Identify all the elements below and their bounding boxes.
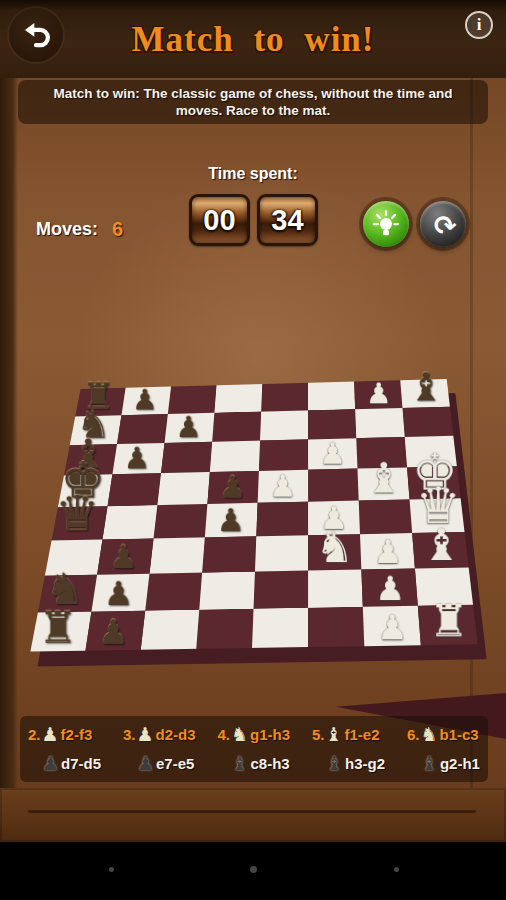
square-g5[interactable] [212,412,261,442]
square-g6[interactable]: ♟ [165,413,215,443]
square-f6[interactable] [161,442,212,473]
nav-dot-1[interactable] [250,866,257,873]
square-d8[interactable]: ♛ [52,506,108,540]
android-nav-bar [0,842,506,900]
white-pawn-icon: ♟ [42,725,59,744]
nav-dot-2[interactable] [394,867,399,872]
page-title: Match to win! [0,20,506,60]
square-e7[interactable] [108,473,161,506]
square-g2[interactable] [355,408,405,438]
square-e3[interactable] [308,469,359,502]
white-move-text: d2-d3 [156,726,196,743]
square-h2[interactable]: ♟ [354,380,402,409]
move-history[interactable]: 2.♟f2-f3♟d7-d53.♟d2-d3♟e7-e54.♞g1-h3♝c8-… [20,716,488,782]
move-number: 4. [217,726,230,743]
white-pawn-c2[interactable]: ♟ [374,535,403,567]
white-pawn-icon: ♟ [136,725,153,744]
square-c1[interactable]: ♝ [412,532,469,569]
black-pawn-icon: ♟ [137,754,154,773]
square-c2[interactable]: ♟ [360,533,415,569]
timer-seconds: 34 [257,194,318,246]
app-screen: Match to win! i Match to win: The classi… [0,0,506,900]
square-a7[interactable]: ♟ [85,611,145,651]
square-h7[interactable]: ♟ [121,386,171,415]
white-pawn-b2[interactable]: ♟ [375,572,405,605]
plank-groove [28,810,476,813]
move-entry-4: 4.♞g1-h3♝c8-h3 [217,722,290,776]
black-pawn-h7[interactable]: ♟ [132,385,157,413]
square-b4[interactable] [254,571,309,609]
white-move-text: f1-e2 [345,726,380,743]
lightbulb-icon [371,209,401,239]
white-move-text: g1-h3 [250,726,290,743]
square-g1[interactable] [402,407,453,437]
white-bishop-c1[interactable]: ♝ [422,523,461,567]
black-move-text: c8-h3 [251,755,290,772]
white-rook-a1[interactable]: ♜ [429,599,469,643]
square-a8[interactable]: ♜ [30,612,91,652]
black-rook-a8[interactable]: ♜ [39,606,78,650]
square-e6[interactable] [157,472,209,505]
square-d7[interactable] [102,505,157,539]
square-g4[interactable] [260,410,308,440]
square-a5[interactable] [196,609,253,649]
square-c4[interactable] [255,535,308,571]
black-queen-d8[interactable]: ♛ [55,489,99,538]
black-pawn-icon: ♟ [42,754,59,773]
square-f3[interactable]: ♟ [308,438,357,470]
white-knight-icon: ♞ [231,725,248,744]
square-a4[interactable] [252,608,308,648]
square-b5[interactable] [199,572,255,610]
square-e2[interactable]: ♝ [357,467,409,500]
black-move-text: e7-e5 [156,755,194,772]
move-number: 3. [123,726,136,743]
square-h3[interactable] [308,381,355,410]
square-b3[interactable] [308,570,363,608]
black-pawn-g6[interactable]: ♟ [175,412,201,441]
square-d5[interactable]: ♟ [205,503,258,538]
info-button[interactable]: i [465,11,493,39]
black-move-text: d7-d5 [61,755,101,772]
move-number: 5. [312,726,325,743]
time-spent-label: Time spent: [0,165,506,183]
square-c5[interactable] [202,536,256,572]
square-f7[interactable]: ♟ [112,443,164,474]
black-bishop-icon: ♝ [231,754,248,773]
square-e5[interactable]: ♟ [207,471,258,504]
header-bar: Match to win! [0,0,506,78]
square-h5[interactable] [214,384,262,413]
square-b7[interactable]: ♟ [91,574,149,612]
white-knight-c3[interactable]: ♞ [315,526,353,569]
black-pawn-d5[interactable]: ♟ [217,504,245,535]
move-entry-3: 3.♟d2-d3♟e7-e5 [123,722,196,776]
moves-label: Moves: [36,219,98,240]
restart-icon: ↻ [426,206,461,241]
undo-arrow-icon [19,18,53,52]
square-d4[interactable] [256,502,308,537]
white-pawn-e4[interactable]: ♟ [269,470,296,501]
square-f5[interactable] [210,441,260,473]
black-move-text: g2-h1 [440,755,480,772]
black-bishop-h1[interactable]: ♝ [409,368,444,407]
hint-button[interactable] [363,201,409,247]
square-h1[interactable]: ♝ [400,379,450,408]
move-entry-6: 6.♞b1-c3♝g2-h1 [407,722,480,776]
white-knight-icon: ♞ [420,725,437,744]
wood-plank-edge [0,0,18,900]
black-pawn-f7[interactable]: ♟ [124,443,151,473]
nav-dot-0[interactable] [109,867,114,872]
white-pawn-f3[interactable]: ♟ [319,438,346,468]
mode-description: Match to win: The classic game of chess,… [18,80,488,124]
square-h4[interactable] [261,383,308,412]
restart-button[interactable]: ↻ [420,201,466,247]
move-number: 2. [28,726,41,743]
white-bishop-icon: ♝ [325,725,342,744]
back-button[interactable] [9,8,63,62]
black-bishop-icon: ♝ [326,754,343,773]
white-bishop-e2[interactable]: ♝ [365,457,402,499]
white-move-text: b1-c3 [439,726,478,743]
square-d6[interactable] [154,504,208,539]
square-a2[interactable]: ♟ [363,606,421,646]
black-pawn-a7[interactable]: ♟ [98,615,128,649]
square-a6[interactable] [141,610,200,650]
black-bishop-icon: ♝ [421,754,438,773]
move-entry-5: 5.♝f1-e2♝h3-g2 [312,722,385,776]
timer-minutes: 00 [189,194,250,246]
chess-board[interactable]: ♜♟♟♝♞♟♝♟♟♚♟♟♝♚♛♟♟♛♟♞♟♝♞♟♟♜♟♟♜ [30,379,477,652]
square-c3[interactable]: ♞ [308,534,361,570]
square-c7[interactable]: ♟ [97,538,153,574]
move-number: 6. [407,726,420,743]
square-d2[interactable] [359,499,412,534]
square-f4[interactable] [259,439,308,471]
black-move-text: h3-g2 [345,755,385,772]
white-pawn-a2[interactable]: ♟ [377,610,408,644]
white-pawn-h2[interactable]: ♟ [366,379,392,408]
square-b2[interactable]: ♟ [361,568,417,606]
info-icon: i [477,15,482,35]
black-pawn-c7[interactable]: ♟ [109,541,138,573]
square-a3[interactable] [308,607,364,647]
white-move-text: f2-f3 [61,726,93,743]
square-c6[interactable] [149,537,204,573]
moves-count: 6 [112,218,123,241]
square-b6[interactable] [145,573,202,611]
move-entry-2: 2.♟f2-f3♟d7-d5 [28,722,101,776]
square-e4[interactable]: ♟ [258,470,308,503]
square-a1[interactable]: ♜ [418,605,478,645]
black-pawn-b7[interactable]: ♟ [104,577,133,610]
wood-plank-band [0,788,506,842]
black-pawn-e5[interactable]: ♟ [219,472,246,503]
